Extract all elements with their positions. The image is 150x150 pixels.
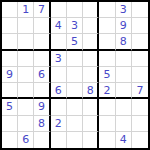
cell-r3c9[interactable] [132,34,148,50]
cell-r4c2[interactable] [18,51,34,67]
cell-r6c3[interactable] [34,83,50,99]
cell-r5c4[interactable] [51,67,67,83]
cell-r9c8-given[interactable]: 4 [116,132,132,148]
cell-r7c8[interactable] [116,99,132,115]
cell-r2c7[interactable] [99,18,115,34]
cell-r3c6[interactable] [83,34,99,50]
cell-r8c5[interactable] [67,116,83,132]
cell-r9c7[interactable] [99,132,115,148]
cell-r1c2-given[interactable]: 1 [18,2,34,18]
cell-r9c9[interactable] [132,132,148,148]
cell-r6c5[interactable] [67,83,83,99]
cell-r9c4[interactable] [51,132,67,148]
cell-r3c3[interactable] [34,34,50,50]
cell-r2c6[interactable] [83,18,99,34]
cell-r2c1[interactable] [2,18,18,34]
cell-r7c2[interactable] [18,99,34,115]
cell-r8c7[interactable] [99,116,115,132]
cell-r8c9[interactable] [132,116,148,132]
cell-r6c1[interactable] [2,83,18,99]
cell-r5c2[interactable] [18,67,34,83]
cell-r7c5[interactable] [67,99,83,115]
cell-r7c1-given[interactable]: 5 [2,99,18,115]
cell-r1c5[interactable] [67,2,83,18]
cell-r1c9[interactable] [132,2,148,18]
cell-r2c4-given[interactable]: 4 [51,18,67,34]
cell-r4c5[interactable] [67,51,83,67]
cell-r9c2-given[interactable]: 6 [18,132,34,148]
cell-r4c9[interactable] [132,51,148,67]
cell-r7c3-given[interactable]: 9 [34,99,50,115]
cell-r7c7[interactable] [99,99,115,115]
cell-r5c9[interactable] [132,67,148,83]
cell-r2c2[interactable] [18,18,34,34]
cell-r6c8[interactable] [116,83,132,99]
cell-r9c6[interactable] [83,132,99,148]
cell-r4c7[interactable] [99,51,115,67]
cell-r5c7-given[interactable]: 5 [99,67,115,83]
cell-r2c3[interactable] [34,18,50,34]
cell-r1c4[interactable] [51,2,67,18]
cell-r5c1-given[interactable]: 9 [2,67,18,83]
cell-r9c3[interactable] [34,132,50,148]
cell-r2c8-given[interactable]: 9 [116,18,132,34]
cell-r7c6[interactable] [83,99,99,115]
cell-r8c3-given[interactable]: 8 [34,116,50,132]
cell-r8c4-given[interactable]: 2 [51,116,67,132]
cell-r7c9[interactable] [132,99,148,115]
cell-r8c1[interactable] [2,116,18,132]
cell-r1c3-given[interactable]: 7 [34,2,50,18]
cell-r8c8[interactable] [116,116,132,132]
cell-r1c8-given[interactable]: 3 [116,2,132,18]
cell-r6c7-given[interactable]: 2 [99,83,115,99]
cell-r3c7[interactable] [99,34,115,50]
cell-r7c4[interactable] [51,99,67,115]
cell-r3c2[interactable] [18,34,34,50]
cell-r1c6[interactable] [83,2,99,18]
cell-r5c8[interactable] [116,67,132,83]
cell-r4c3[interactable] [34,51,50,67]
cell-r6c6-given[interactable]: 8 [83,83,99,99]
cell-r3c1[interactable] [2,34,18,50]
cell-r1c1[interactable] [2,2,18,18]
cell-r4c4-given[interactable]: 3 [51,51,67,67]
cell-r3c4[interactable] [51,34,67,50]
cell-r4c8[interactable] [116,51,132,67]
cell-r1c7[interactable] [99,2,115,18]
cell-r3c8-given[interactable]: 8 [116,34,132,50]
cell-r4c6[interactable] [83,51,99,67]
cell-r6c4-given[interactable]: 6 [51,83,67,99]
sudoku-board: 1734395839656827598264 [0,0,150,150]
cell-r8c6[interactable] [83,116,99,132]
cell-r6c9-given[interactable]: 7 [132,83,148,99]
cell-r4c1[interactable] [2,51,18,67]
cell-r8c2[interactable] [18,116,34,132]
cell-r2c9[interactable] [132,18,148,34]
cell-r2c5-given[interactable]: 3 [67,18,83,34]
cell-r5c6[interactable] [83,67,99,83]
cell-r5c3-given[interactable]: 6 [34,67,50,83]
cell-r9c5[interactable] [67,132,83,148]
cell-r3c5-given[interactable]: 5 [67,34,83,50]
cell-r9c1[interactable] [2,132,18,148]
cell-r5c5[interactable] [67,67,83,83]
cell-r6c2[interactable] [18,83,34,99]
